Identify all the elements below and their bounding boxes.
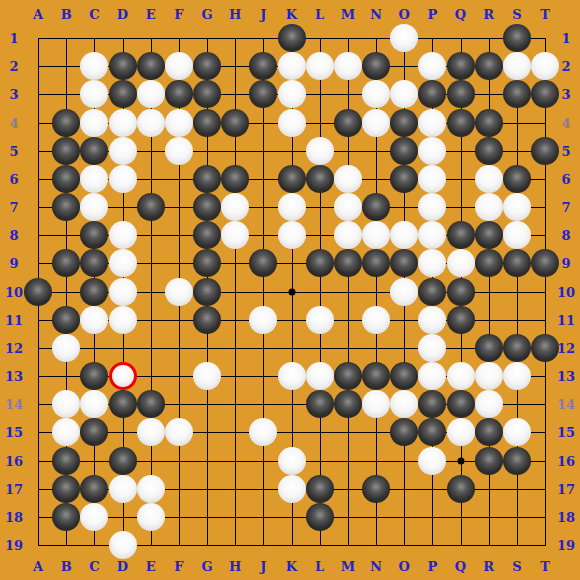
black-stone-Q10 [447, 278, 475, 306]
black-stone-E14 [137, 390, 165, 418]
row-label-left-5: 5 [9, 143, 18, 158]
black-stone-L6 [306, 165, 334, 193]
black-stone-Q11 [447, 306, 475, 334]
black-stone-B6 [52, 165, 80, 193]
col-label-bottom-J: J [260, 559, 266, 574]
black-stone-F3 [165, 80, 193, 108]
white-stone-G13 [193, 362, 221, 390]
row-label-right-18: 18 [557, 509, 575, 524]
row-label-left-19: 19 [5, 538, 23, 553]
star-point-Q16 [457, 457, 464, 464]
black-stone-O13 [390, 362, 418, 390]
white-stone-D5 [109, 137, 137, 165]
col-label-bottom-R: R [483, 559, 494, 574]
black-stone-T5 [531, 137, 559, 165]
white-stone-P13 [418, 362, 446, 390]
black-stone-B7 [52, 193, 80, 221]
black-stone-D2 [109, 52, 137, 80]
black-stone-B18 [52, 503, 80, 531]
black-stone-S6 [503, 165, 531, 193]
white-stone-S2 [503, 52, 531, 80]
black-stone-J2 [249, 52, 277, 80]
col-label-top-T: T [540, 7, 550, 22]
white-stone-K16 [278, 447, 306, 475]
row-label-left-4: 4 [9, 115, 18, 130]
black-stone-Q8 [447, 221, 475, 249]
col-label-bottom-B: B [61, 559, 72, 574]
black-stone-L14 [306, 390, 334, 418]
black-stone-S12 [503, 334, 531, 362]
col-label-top-R: R [483, 7, 494, 22]
col-label-bottom-D: D [117, 559, 128, 574]
grid-vline [320, 38, 321, 546]
row-label-right-9: 9 [561, 256, 570, 271]
black-stone-B11 [52, 306, 80, 334]
white-stone-E3 [137, 80, 165, 108]
row-label-right-7: 7 [561, 200, 570, 215]
white-stone-J15 [249, 418, 277, 446]
black-stone-R12 [475, 334, 503, 362]
black-stone-E7 [137, 193, 165, 221]
go-board-screen: AABBCCDDEEFFGGHHJJKKLLMMNNOOPPQQRRSSTT11… [0, 0, 580, 580]
white-stone-Q9 [447, 249, 475, 277]
white-stone-K3 [278, 80, 306, 108]
white-stone-T2 [531, 52, 559, 80]
white-stone-C14 [80, 390, 108, 418]
row-label-left-3: 3 [9, 87, 18, 102]
black-stone-A10 [24, 278, 52, 306]
row-label-right-4: 4 [561, 115, 570, 130]
col-label-bottom-F: F [174, 559, 183, 574]
black-stone-G11 [193, 306, 221, 334]
col-label-bottom-L: L [315, 559, 324, 574]
white-stone-H7 [221, 193, 249, 221]
black-stone-B16 [52, 447, 80, 475]
black-stone-N7 [362, 193, 390, 221]
white-stone-P8 [418, 221, 446, 249]
col-label-bottom-T: T [540, 559, 550, 574]
row-label-left-17: 17 [5, 481, 23, 496]
col-label-top-M: M [341, 7, 355, 22]
white-stone-K2 [278, 52, 306, 80]
white-stone-O10 [390, 278, 418, 306]
white-stone-C18 [80, 503, 108, 531]
black-stone-B9 [52, 249, 80, 277]
white-stone-L13 [306, 362, 334, 390]
black-stone-K1 [278, 24, 306, 52]
white-stone-H8 [221, 221, 249, 249]
white-stone-D8 [109, 221, 137, 249]
black-stone-R2 [475, 52, 503, 80]
white-stone-M8 [334, 221, 362, 249]
white-stone-D6 [109, 165, 137, 193]
black-stone-B5 [52, 137, 80, 165]
white-stone-E18 [137, 503, 165, 531]
col-label-top-E: E [146, 7, 156, 22]
col-label-top-J: J [260, 7, 266, 22]
white-stone-C6 [80, 165, 108, 193]
row-label-right-1: 1 [561, 31, 570, 46]
white-stone-K4 [278, 109, 306, 137]
black-stone-J3 [249, 80, 277, 108]
black-stone-G4 [193, 109, 221, 137]
white-stone-L5 [306, 137, 334, 165]
black-stone-M4 [334, 109, 362, 137]
black-stone-R16 [475, 447, 503, 475]
white-stone-B12 [52, 334, 80, 362]
col-label-bottom-Q: Q [455, 559, 466, 574]
col-label-top-F: F [174, 7, 183, 22]
col-label-bottom-A: A [33, 559, 43, 574]
black-stone-T12 [531, 334, 559, 362]
black-stone-S16 [503, 447, 531, 475]
col-label-bottom-E: E [146, 559, 156, 574]
row-label-left-1: 1 [9, 31, 18, 46]
white-stone-E17 [137, 475, 165, 503]
white-stone-O1 [390, 24, 418, 52]
col-label-top-D: D [117, 7, 128, 22]
white-stone-F2 [165, 52, 193, 80]
black-stone-T3 [531, 80, 559, 108]
col-label-top-C: C [89, 7, 99, 22]
black-stone-G3 [193, 80, 221, 108]
row-label-right-16: 16 [557, 453, 575, 468]
black-stone-O15 [390, 418, 418, 446]
row-label-left-8: 8 [9, 228, 18, 243]
white-stone-O14 [390, 390, 418, 418]
row-label-right-2: 2 [561, 59, 570, 74]
black-stone-L17 [306, 475, 334, 503]
white-stone-K13 [278, 362, 306, 390]
col-label-bottom-M: M [341, 559, 355, 574]
white-stone-C4 [80, 109, 108, 137]
white-stone-P5 [418, 137, 446, 165]
row-label-left-10: 10 [5, 284, 23, 299]
row-label-left-15: 15 [5, 425, 23, 440]
white-stone-S7 [503, 193, 531, 221]
black-stone-S1 [503, 24, 531, 52]
black-stone-G6 [193, 165, 221, 193]
black-stone-G7 [193, 193, 221, 221]
white-stone-L11 [306, 306, 334, 334]
white-stone-D17 [109, 475, 137, 503]
black-stone-M14 [334, 390, 362, 418]
white-stone-S8 [503, 221, 531, 249]
row-label-right-13: 13 [557, 369, 575, 384]
black-stone-B17 [52, 475, 80, 503]
black-stone-D16 [109, 447, 137, 475]
col-label-top-P: P [427, 7, 437, 22]
black-stone-G8 [193, 221, 221, 249]
row-label-left-18: 18 [5, 509, 23, 524]
black-stone-L18 [306, 503, 334, 531]
col-label-top-A: A [33, 7, 43, 22]
black-stone-N2 [362, 52, 390, 80]
black-stone-J9 [249, 249, 277, 277]
white-stone-P6 [418, 165, 446, 193]
col-label-top-O: O [398, 7, 409, 22]
white-stone-B15 [52, 418, 80, 446]
grid-hline [38, 348, 546, 349]
col-label-top-L: L [315, 7, 324, 22]
black-stone-Q17 [447, 475, 475, 503]
black-stone-G2 [193, 52, 221, 80]
white-stone-P11 [418, 306, 446, 334]
col-label-bottom-G: G [201, 559, 212, 574]
row-label-right-6: 6 [561, 171, 570, 186]
white-stone-R14 [475, 390, 503, 418]
black-stone-Q2 [447, 52, 475, 80]
white-stone-P2 [418, 52, 446, 80]
black-stone-R8 [475, 221, 503, 249]
row-label-right-15: 15 [557, 425, 575, 440]
black-stone-C15 [80, 418, 108, 446]
black-stone-T9 [531, 249, 559, 277]
black-stone-P10 [418, 278, 446, 306]
black-stone-O9 [390, 249, 418, 277]
col-label-bottom-O: O [398, 559, 409, 574]
black-stone-R4 [475, 109, 503, 137]
row-label-left-6: 6 [9, 171, 18, 186]
white-stone-B14 [52, 390, 80, 418]
white-stone-M7 [334, 193, 362, 221]
black-stone-N17 [362, 475, 390, 503]
white-stone-N3 [362, 80, 390, 108]
white-stone-N11 [362, 306, 390, 334]
white-stone-R13 [475, 362, 503, 390]
row-label-right-19: 19 [557, 538, 575, 553]
black-stone-N9 [362, 249, 390, 277]
black-stone-C9 [80, 249, 108, 277]
col-label-bottom-S: S [512, 559, 521, 574]
col-label-top-N: N [370, 7, 382, 22]
row-label-right-11: 11 [557, 312, 575, 327]
black-stone-D14 [109, 390, 137, 418]
col-label-top-K: K [286, 7, 297, 22]
col-label-bottom-P: P [427, 559, 437, 574]
row-label-left-12: 12 [5, 340, 23, 355]
white-stone-D10 [109, 278, 137, 306]
star-point-K10 [288, 288, 295, 295]
black-stone-C5 [80, 137, 108, 165]
white-stone-O8 [390, 221, 418, 249]
white-stone-C3 [80, 80, 108, 108]
white-stone-S13 [503, 362, 531, 390]
col-label-top-H: H [229, 7, 241, 22]
row-label-right-12: 12 [557, 340, 575, 355]
col-label-top-B: B [61, 7, 72, 22]
white-stone-P4 [418, 109, 446, 137]
white-stone-N14 [362, 390, 390, 418]
white-stone-N4 [362, 109, 390, 137]
col-label-top-Q: Q [455, 7, 466, 22]
white-stone-J11 [249, 306, 277, 334]
row-label-left-14: 14 [5, 397, 23, 412]
black-stone-G10 [193, 278, 221, 306]
white-stone-D9 [109, 249, 137, 277]
white-stone-N8 [362, 221, 390, 249]
black-stone-G9 [193, 249, 221, 277]
white-stone-F4 [165, 109, 193, 137]
white-stone-K17 [278, 475, 306, 503]
white-stone-P12 [418, 334, 446, 362]
white-stone-D19 [109, 531, 137, 559]
black-stone-K6 [278, 165, 306, 193]
row-label-right-8: 8 [561, 228, 570, 243]
row-label-right-3: 3 [561, 87, 570, 102]
black-stone-N13 [362, 362, 390, 390]
black-stone-R15 [475, 418, 503, 446]
black-stone-E2 [137, 52, 165, 80]
white-stone-K7 [278, 193, 306, 221]
white-stone-Q15 [447, 418, 475, 446]
grid-hline [38, 517, 546, 518]
col-label-bottom-K: K [286, 559, 297, 574]
black-stone-C13 [80, 362, 108, 390]
white-stone-P16 [418, 447, 446, 475]
last-move-marker-stone-D13 [109, 362, 137, 390]
white-stone-F10 [165, 278, 193, 306]
white-stone-R6 [475, 165, 503, 193]
white-stone-L2 [306, 52, 334, 80]
black-stone-Q3 [447, 80, 475, 108]
white-stone-E4 [137, 109, 165, 137]
black-stone-C8 [80, 221, 108, 249]
black-stone-P15 [418, 418, 446, 446]
row-label-left-13: 13 [5, 369, 23, 384]
black-stone-Q4 [447, 109, 475, 137]
black-stone-S9 [503, 249, 531, 277]
black-stone-O4 [390, 109, 418, 137]
col-label-bottom-C: C [89, 559, 99, 574]
row-label-left-2: 2 [9, 59, 18, 74]
white-stone-K8 [278, 221, 306, 249]
black-stone-O6 [390, 165, 418, 193]
white-stone-C7 [80, 193, 108, 221]
black-stone-R5 [475, 137, 503, 165]
row-label-left-7: 7 [9, 200, 18, 215]
black-stone-Q14 [447, 390, 475, 418]
black-stone-H6 [221, 165, 249, 193]
white-stone-M2 [334, 52, 362, 80]
col-label-top-G: G [201, 7, 212, 22]
row-label-right-14: 14 [557, 397, 575, 412]
black-stone-C10 [80, 278, 108, 306]
white-stone-E15 [137, 418, 165, 446]
black-stone-H4 [221, 109, 249, 137]
row-label-right-10: 10 [557, 284, 575, 299]
white-stone-P9 [418, 249, 446, 277]
row-label-right-17: 17 [557, 481, 575, 496]
black-stone-P14 [418, 390, 446, 418]
white-stone-F5 [165, 137, 193, 165]
black-stone-C17 [80, 475, 108, 503]
row-label-right-5: 5 [561, 143, 570, 158]
grid-vline [545, 38, 546, 546]
black-stone-M9 [334, 249, 362, 277]
white-stone-M6 [334, 165, 362, 193]
white-stone-O3 [390, 80, 418, 108]
white-stone-D4 [109, 109, 137, 137]
black-stone-S3 [503, 80, 531, 108]
row-label-left-11: 11 [5, 312, 23, 327]
white-stone-F15 [165, 418, 193, 446]
white-stone-P7 [418, 193, 446, 221]
col-label-bottom-N: N [370, 559, 382, 574]
row-label-left-9: 9 [9, 256, 18, 271]
black-stone-B4 [52, 109, 80, 137]
black-stone-D3 [109, 80, 137, 108]
white-stone-S15 [503, 418, 531, 446]
white-stone-C2 [80, 52, 108, 80]
white-stone-Q13 [447, 362, 475, 390]
white-stone-D11 [109, 306, 137, 334]
black-stone-O5 [390, 137, 418, 165]
col-label-top-S: S [512, 7, 521, 22]
white-stone-C11 [80, 306, 108, 334]
black-stone-P3 [418, 80, 446, 108]
black-stone-R9 [475, 249, 503, 277]
col-label-bottom-H: H [229, 559, 241, 574]
row-label-left-16: 16 [5, 453, 23, 468]
black-stone-M13 [334, 362, 362, 390]
black-stone-L9 [306, 249, 334, 277]
white-stone-R7 [475, 193, 503, 221]
